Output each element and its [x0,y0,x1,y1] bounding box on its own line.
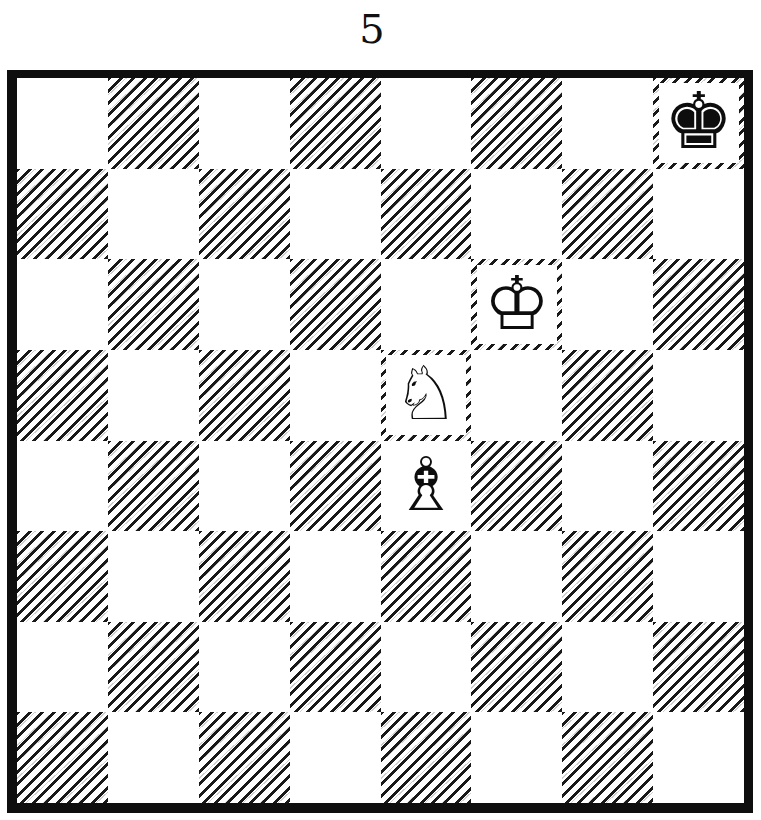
square-b5[interactable] [108,350,199,441]
square-a6[interactable] [17,259,108,350]
square-e7[interactable] [381,169,472,260]
square-h7[interactable] [653,169,744,260]
square-d3[interactable] [290,531,381,622]
square-h4[interactable] [653,441,744,532]
square-d2[interactable] [290,622,381,713]
piece-halo: ♗ [386,446,466,526]
square-g2[interactable] [562,622,653,713]
square-a1[interactable] [17,712,108,803]
square-e4[interactable]: ♗ [381,441,472,532]
square-a4[interactable] [17,441,108,532]
square-d5[interactable] [290,350,381,441]
square-b2[interactable] [108,622,199,713]
square-h1[interactable] [653,712,744,803]
square-d7[interactable] [290,169,381,260]
square-e2[interactable] [381,622,472,713]
chess-board-grid: ♚♔♘♗ [17,78,744,803]
square-f2[interactable] [471,622,562,713]
square-c5[interactable] [199,350,290,441]
square-c1[interactable] [199,712,290,803]
square-c4[interactable] [199,441,290,532]
square-b3[interactable] [108,531,199,622]
square-g4[interactable] [562,441,653,532]
square-f5[interactable] [471,350,562,441]
square-h8[interactable]: ♚ [653,78,744,169]
square-f1[interactable] [471,712,562,803]
square-a8[interactable] [17,78,108,169]
square-d6[interactable] [290,259,381,350]
square-c2[interactable] [199,622,290,713]
piece-halo: ♔ [477,265,557,345]
square-c7[interactable] [199,169,290,260]
square-c6[interactable] [199,259,290,350]
white-bishop-piece: ♗ [393,447,459,521]
square-e6[interactable] [381,259,472,350]
square-d4[interactable] [290,441,381,532]
square-c3[interactable] [199,531,290,622]
square-h3[interactable] [653,531,744,622]
square-a7[interactable] [17,169,108,260]
square-e8[interactable] [381,78,472,169]
white-knight-piece: ♘ [393,356,459,430]
square-g8[interactable] [562,78,653,169]
chess-board: ♚♔♘♗ [7,70,753,813]
square-b1[interactable] [108,712,199,803]
square-h5[interactable] [653,350,744,441]
square-g3[interactable] [562,531,653,622]
square-c8[interactable] [199,78,290,169]
diagram-number: 5 [0,0,745,58]
square-b7[interactable] [108,169,199,260]
square-f7[interactable] [471,169,562,260]
square-g6[interactable] [562,259,653,350]
piece-halo: ♘ [386,355,466,435]
square-a3[interactable] [17,531,108,622]
black-king-piece: ♚ [664,82,734,160]
white-king-piece: ♔ [484,266,550,340]
square-a5[interactable] [17,350,108,441]
square-b4[interactable] [108,441,199,532]
square-g7[interactable] [562,169,653,260]
square-f4[interactable] [471,441,562,532]
square-e5[interactable]: ♘ [381,350,472,441]
square-h6[interactable] [653,259,744,350]
square-h2[interactable] [653,622,744,713]
square-e1[interactable] [381,712,472,803]
square-f6[interactable]: ♔ [471,259,562,350]
square-f3[interactable] [471,531,562,622]
square-b6[interactable] [108,259,199,350]
piece-halo: ♚ [659,83,739,163]
square-a2[interactable] [17,622,108,713]
square-g1[interactable] [562,712,653,803]
square-f8[interactable] [471,78,562,169]
square-e3[interactable] [381,531,472,622]
square-d1[interactable] [290,712,381,803]
square-g5[interactable] [562,350,653,441]
square-d8[interactable] [290,78,381,169]
square-b8[interactable] [108,78,199,169]
